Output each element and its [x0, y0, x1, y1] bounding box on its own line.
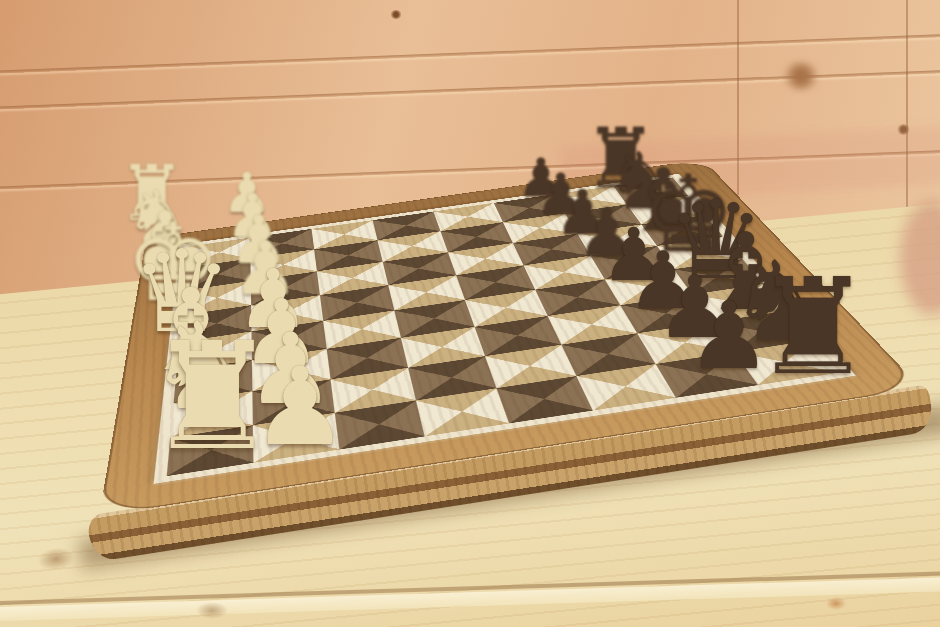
wood-knot — [826, 597, 846, 610]
square-e7 — [591, 246, 674, 279]
square-f3 — [317, 262, 388, 295]
square-f7 — [577, 224, 657, 255]
square-f5 — [448, 243, 524, 275]
square-g3 — [314, 240, 383, 271]
square-a5 — [496, 376, 592, 423]
square-a2 — [253, 413, 340, 463]
square-b3 — [331, 368, 416, 413]
square-h8 — [613, 177, 688, 204]
square-h2 — [250, 229, 314, 259]
square-b8 — [712, 311, 812, 352]
square-e5 — [456, 265, 535, 300]
square-g2 — [250, 249, 317, 281]
square-f2 — [251, 271, 320, 305]
square-d5 — [465, 290, 548, 327]
square-g4 — [377, 231, 448, 262]
square-a4 — [416, 388, 509, 436]
square-b6 — [561, 333, 655, 376]
square-g5 — [440, 222, 512, 252]
square-d1 — [177, 331, 252, 371]
wood-knot — [390, 10, 402, 19]
square-e6 — [524, 256, 605, 290]
square-a6 — [576, 364, 675, 411]
square-b1 — [170, 391, 253, 438]
square-g7 — [565, 204, 641, 233]
square-e4 — [388, 275, 465, 310]
wood-knot — [782, 62, 820, 90]
square-g6 — [503, 213, 577, 243]
square-f8 — [641, 215, 723, 246]
square-d4 — [394, 300, 474, 338]
square-f6 — [513, 234, 591, 266]
square-d2 — [251, 321, 326, 360]
square-d7 — [605, 269, 693, 305]
square-h7 — [554, 186, 627, 213]
square-d3 — [323, 310, 401, 348]
square-c4 — [401, 327, 485, 368]
square-c1 — [174, 360, 253, 403]
square-c8 — [692, 284, 787, 322]
square-h4 — [373, 212, 441, 241]
square-c7 — [620, 294, 712, 333]
square-f1 — [182, 281, 251, 315]
square-a3 — [335, 400, 425, 449]
square-c6 — [548, 305, 637, 344]
square-e3 — [320, 285, 394, 321]
square-b5 — [485, 345, 576, 389]
square-a1 — [167, 425, 254, 476]
square-c3 — [327, 338, 408, 380]
square-c2 — [252, 349, 331, 391]
photo-scene: ♜♞♝♚♛♝♞♜♟♟♟♟♟♟♟♟♟♟♟♟♟♟♟♟♜♞♝♚♛♝♞♜ — [0, 0, 940, 627]
square-d8 — [674, 259, 764, 294]
square-b2 — [252, 379, 334, 425]
wood-knot — [196, 602, 228, 619]
square-e1 — [179, 305, 251, 342]
square-e8 — [657, 236, 743, 269]
square-d6 — [535, 279, 620, 316]
square-e2 — [251, 295, 323, 331]
square-g8 — [627, 196, 705, 225]
square-h6 — [494, 194, 565, 222]
square-a7 — [656, 352, 759, 398]
square-h1 — [186, 238, 250, 268]
square-h3 — [312, 220, 378, 249]
square-f4 — [383, 252, 456, 285]
square-a8 — [734, 340, 840, 385]
square-h5 — [433, 203, 503, 231]
square-b4 — [408, 356, 496, 400]
square-b7 — [637, 322, 734, 364]
square-g1 — [184, 258, 251, 290]
square-c5 — [475, 316, 562, 356]
